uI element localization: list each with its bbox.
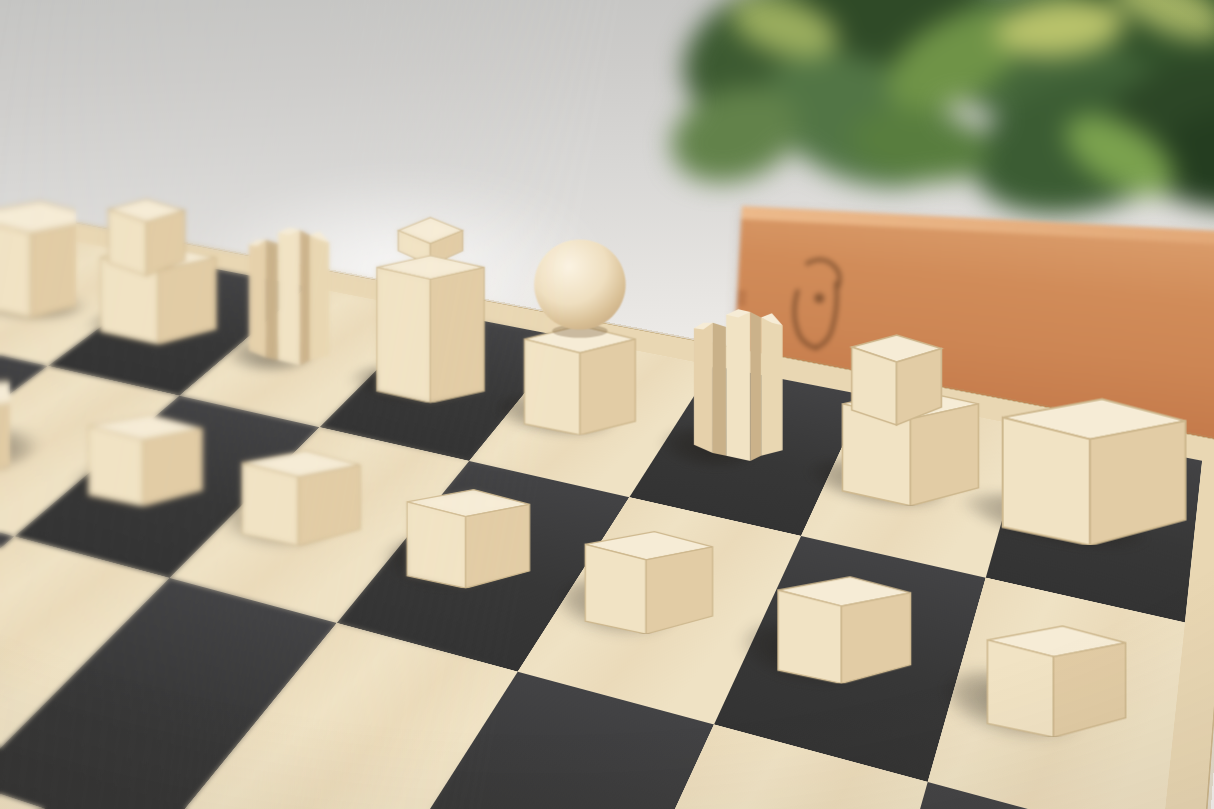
piece-white-pawn	[84, 392, 208, 506]
piece-white-pawn	[402, 465, 535, 588]
knight-sprite	[833, 311, 988, 506]
bishop-sprite	[241, 213, 339, 373]
board-scene	[0, 0, 1214, 809]
board-squares	[0, 0, 1214, 809]
piece-white-rook	[995, 363, 1194, 546]
bishop-sprite	[686, 293, 794, 469]
queen-sprite	[511, 230, 650, 435]
piece-white-pawn	[580, 506, 718, 634]
piece-white-pawn	[772, 550, 916, 683]
cube-sprite	[402, 465, 535, 588]
cube-sprite	[0, 359, 60, 470]
piece-white-knight	[833, 311, 988, 506]
cube-sprite	[772, 550, 916, 683]
piece-white-pawn	[981, 598, 1131, 737]
piece-white-pawn	[237, 427, 365, 546]
cube-sprite	[237, 427, 365, 546]
cube-sprite	[995, 363, 1194, 546]
cube-sprite	[84, 392, 208, 506]
chessboard	[0, 0, 1214, 809]
knight-sprite	[93, 179, 224, 345]
piece-white-bishop	[241, 213, 339, 373]
photo-frame	[0, 0, 1214, 809]
piece-white-bishop	[686, 293, 794, 469]
piece-white-pawn	[0, 359, 60, 470]
cube-sprite	[981, 598, 1131, 737]
piece-white-queen	[511, 230, 650, 435]
cube-sprite	[580, 506, 718, 634]
piece-white-knight	[93, 179, 224, 345]
king-sprite	[363, 213, 497, 403]
piece-white-king	[363, 213, 497, 403]
